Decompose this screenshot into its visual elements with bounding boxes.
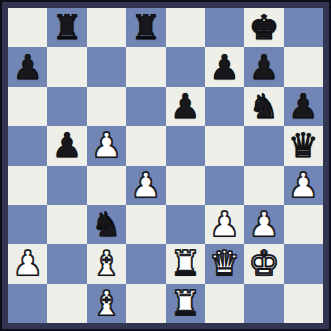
square-b1[interactable] <box>47 284 86 323</box>
piece-black-pawn-b5[interactable]: ♟ <box>52 126 82 165</box>
square-a2[interactable]: ♟ <box>8 244 47 283</box>
square-f4[interactable] <box>205 166 244 205</box>
piece-white-pawn-a2[interactable]: ♟ <box>12 244 42 283</box>
square-h1[interactable] <box>284 284 323 323</box>
square-a7[interactable]: ♟ <box>8 47 47 86</box>
square-c1[interactable]: ♝ <box>87 284 126 323</box>
piece-white-queen-f2[interactable]: ♛ <box>209 244 239 283</box>
square-b8[interactable]: ♜ <box>47 8 86 47</box>
piece-black-queen-h5[interactable]: ♛ <box>288 126 318 165</box>
square-e3[interactable] <box>166 205 205 244</box>
square-h3[interactable] <box>284 205 323 244</box>
piece-white-pawn-d4[interactable]: ♟ <box>131 166 161 205</box>
piece-black-pawn-a7[interactable]: ♟ <box>12 48 42 87</box>
square-a3[interactable] <box>8 205 47 244</box>
piece-white-pawn-c5[interactable]: ♟ <box>91 126 121 165</box>
piece-black-rook-d8[interactable]: ♜ <box>131 8 161 47</box>
square-h5[interactable]: ♛ <box>284 126 323 165</box>
square-a4[interactable] <box>8 166 47 205</box>
square-g4[interactable] <box>244 166 283 205</box>
square-e8[interactable] <box>166 8 205 47</box>
square-b5[interactable]: ♟ <box>47 126 86 165</box>
piece-white-rook-e2[interactable]: ♜ <box>170 244 200 283</box>
piece-white-pawn-g3[interactable]: ♟ <box>249 205 279 244</box>
piece-black-knight-g6[interactable]: ♞ <box>249 87 279 126</box>
square-a8[interactable] <box>8 8 47 47</box>
square-f5[interactable] <box>205 126 244 165</box>
square-f7[interactable]: ♟ <box>205 47 244 86</box>
square-e1[interactable]: ♜ <box>166 284 205 323</box>
piece-black-pawn-h6[interactable]: ♟ <box>288 87 318 126</box>
piece-black-rook-b8[interactable]: ♜ <box>52 8 82 47</box>
square-d2[interactable] <box>126 244 165 283</box>
square-b3[interactable] <box>47 205 86 244</box>
square-e6[interactable]: ♟ <box>166 87 205 126</box>
square-c2[interactable]: ♝ <box>87 244 126 283</box>
piece-black-king-g8[interactable]: ♚ <box>249 8 279 47</box>
piece-white-bishop-c2[interactable]: ♝ <box>91 244 121 283</box>
square-c8[interactable] <box>87 8 126 47</box>
square-e4[interactable] <box>166 166 205 205</box>
square-e7[interactable] <box>166 47 205 86</box>
piece-white-rook-e1[interactable]: ♜ <box>170 284 200 323</box>
square-h7[interactable] <box>284 47 323 86</box>
square-e5[interactable] <box>166 126 205 165</box>
chess-board: ♜♜♚♟♟♟♟♞♟♟♟♛♟♟♞♟♟♟♝♜♛♚♝♜ <box>8 8 323 323</box>
square-a1[interactable] <box>8 284 47 323</box>
square-f3[interactable]: ♟ <box>205 205 244 244</box>
piece-white-bishop-c1[interactable]: ♝ <box>91 284 121 323</box>
square-g5[interactable] <box>244 126 283 165</box>
piece-black-pawn-e6[interactable]: ♟ <box>170 87 200 126</box>
square-d3[interactable] <box>126 205 165 244</box>
square-f8[interactable] <box>205 8 244 47</box>
square-a5[interactable] <box>8 126 47 165</box>
square-b6[interactable] <box>47 87 86 126</box>
square-h6[interactable]: ♟ <box>284 87 323 126</box>
square-d1[interactable] <box>126 284 165 323</box>
square-f1[interactable] <box>205 284 244 323</box>
square-f2[interactable]: ♛ <box>205 244 244 283</box>
square-h2[interactable] <box>284 244 323 283</box>
piece-black-pawn-f7[interactable]: ♟ <box>209 48 239 87</box>
square-f6[interactable] <box>205 87 244 126</box>
piece-white-king-g2[interactable]: ♚ <box>249 244 279 283</box>
square-c6[interactable] <box>87 87 126 126</box>
square-c3[interactable]: ♞ <box>87 205 126 244</box>
square-b7[interactable] <box>47 47 86 86</box>
square-d4[interactable]: ♟ <box>126 166 165 205</box>
square-d5[interactable] <box>126 126 165 165</box>
square-c5[interactable]: ♟ <box>87 126 126 165</box>
square-b2[interactable] <box>47 244 86 283</box>
square-g3[interactable]: ♟ <box>244 205 283 244</box>
square-g2[interactable]: ♚ <box>244 244 283 283</box>
square-d7[interactable] <box>126 47 165 86</box>
square-d8[interactable]: ♜ <box>126 8 165 47</box>
chess-board-frame: ♜♜♚♟♟♟♟♞♟♟♟♛♟♟♞♟♟♟♝♜♛♚♝♜ <box>0 0 331 331</box>
piece-black-pawn-g7[interactable]: ♟ <box>249 48 279 87</box>
square-g6[interactable]: ♞ <box>244 87 283 126</box>
piece-white-pawn-h4[interactable]: ♟ <box>288 166 318 205</box>
square-h8[interactable] <box>284 8 323 47</box>
square-g1[interactable] <box>244 284 283 323</box>
piece-white-pawn-f3[interactable]: ♟ <box>209 205 239 244</box>
square-g7[interactable]: ♟ <box>244 47 283 86</box>
square-a6[interactable] <box>8 87 47 126</box>
square-g8[interactable]: ♚ <box>244 8 283 47</box>
square-d6[interactable] <box>126 87 165 126</box>
square-c7[interactable] <box>87 47 126 86</box>
piece-black-knight-c3[interactable]: ♞ <box>91 205 121 244</box>
square-e2[interactable]: ♜ <box>166 244 205 283</box>
square-c4[interactable] <box>87 166 126 205</box>
square-h4[interactable]: ♟ <box>284 166 323 205</box>
square-b4[interactable] <box>47 166 86 205</box>
